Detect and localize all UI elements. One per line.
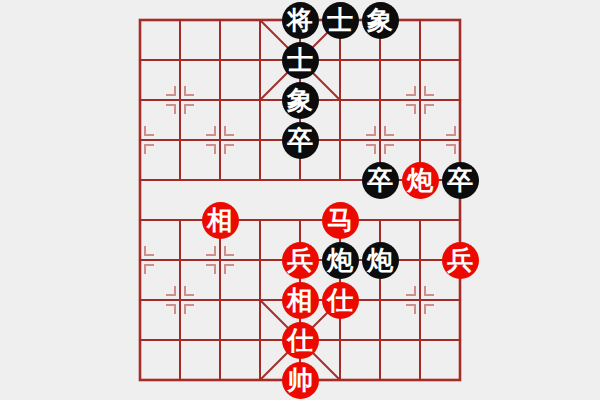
piece-red-advisor[interactable]: 仕: [282, 322, 319, 359]
piece-black-cannon[interactable]: 炮: [362, 242, 399, 279]
piece-red-pawn[interactable]: 兵: [442, 242, 479, 279]
piece-red-horse[interactable]: 马: [322, 202, 359, 239]
piece-red-elephant[interactable]: 相: [282, 282, 319, 319]
piece-black-elephant[interactable]: 象: [362, 2, 399, 39]
piece-black-advisor[interactable]: 士: [282, 42, 319, 79]
piece-red-general[interactable]: 帅: [282, 362, 319, 399]
piece-black-elephant[interactable]: 象: [282, 82, 319, 119]
piece-black-pawn[interactable]: 卒: [362, 162, 399, 199]
piece-black-pawn[interactable]: 卒: [442, 162, 479, 199]
piece-red-pawn[interactable]: 兵: [282, 242, 319, 279]
piece-red-cannon[interactable]: 炮: [402, 162, 439, 199]
piece-black-cannon[interactable]: 炮: [322, 242, 359, 279]
piece-black-general[interactable]: 将: [282, 2, 319, 39]
piece-red-advisor[interactable]: 仕: [322, 282, 359, 319]
piece-black-advisor[interactable]: 士: [322, 2, 359, 39]
piece-red-elephant[interactable]: 相: [202, 202, 239, 239]
piece-grid: 将士象士象卒卒卒炮相马兵炮炮兵相仕仕帅: [120, 0, 480, 400]
piece-black-pawn[interactable]: 卒: [282, 122, 319, 159]
xiangqi-board: 将士象士象卒卒卒炮相马兵炮炮兵相仕仕帅: [0, 0, 600, 400]
